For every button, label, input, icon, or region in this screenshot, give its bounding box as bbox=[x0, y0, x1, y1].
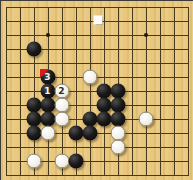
grid-line-horizontal bbox=[6, 77, 189, 78]
grid-line-horizontal bbox=[6, 35, 189, 36]
grid-line-horizontal bbox=[6, 7, 189, 8]
black-stone[interactable]: 1 bbox=[40, 84, 55, 99]
red-triangle-marker bbox=[40, 69, 49, 78]
grid-line-horizontal bbox=[6, 147, 189, 148]
black-stone[interactable] bbox=[26, 112, 41, 127]
white-stone[interactable] bbox=[82, 70, 97, 85]
go-board[interactable]: 312 bbox=[0, 0, 193, 180]
black-stone[interactable] bbox=[26, 98, 41, 113]
black-stone[interactable] bbox=[40, 112, 55, 127]
hoshi-dot bbox=[144, 33, 148, 37]
white-stone[interactable] bbox=[138, 112, 153, 127]
black-stone[interactable] bbox=[110, 112, 125, 127]
black-stone[interactable] bbox=[96, 98, 111, 113]
white-stone[interactable] bbox=[40, 126, 55, 141]
white-stone[interactable]: 2 bbox=[54, 84, 69, 99]
black-stone[interactable] bbox=[68, 154, 83, 169]
grid-line-horizontal bbox=[6, 63, 189, 64]
move-number-label: 2 bbox=[58, 87, 64, 96]
black-stone[interactable] bbox=[82, 112, 97, 127]
white-square-marker bbox=[94, 16, 103, 25]
black-stone[interactable] bbox=[26, 42, 41, 57]
black-stone[interactable] bbox=[26, 126, 41, 141]
white-stone[interactable] bbox=[54, 98, 69, 113]
white-stone[interactable] bbox=[26, 154, 41, 169]
move-number-label: 1 bbox=[44, 87, 50, 96]
grid-line-horizontal bbox=[6, 175, 189, 176]
black-stone[interactable] bbox=[96, 84, 111, 99]
white-stone[interactable] bbox=[110, 126, 125, 141]
black-stone[interactable] bbox=[96, 112, 111, 127]
black-stone[interactable] bbox=[110, 84, 125, 99]
white-stone[interactable] bbox=[54, 112, 69, 127]
black-stone[interactable] bbox=[68, 126, 83, 141]
black-stone[interactable] bbox=[40, 98, 55, 113]
hoshi-dot bbox=[46, 33, 50, 37]
white-stone[interactable] bbox=[110, 140, 125, 155]
white-stone[interactable] bbox=[54, 154, 69, 169]
black-stone[interactable] bbox=[82, 126, 97, 141]
go-app-screenshot: 312 bbox=[0, 0, 193, 180]
black-stone[interactable] bbox=[110, 98, 125, 113]
